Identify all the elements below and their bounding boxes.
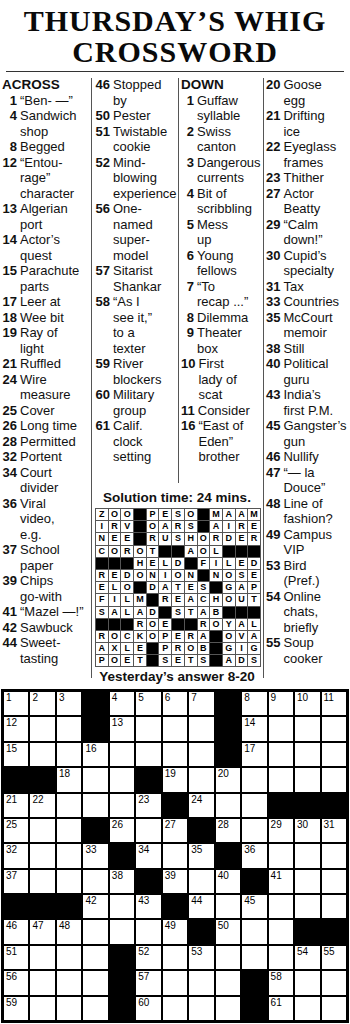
grid-cell-r8c2[interactable] bbox=[29, 869, 55, 894]
grid-cell-r3c10[interactable]: 17 bbox=[241, 742, 267, 767]
solution-letter-cell-r3c1: N bbox=[96, 533, 108, 544]
clue-14: 14Actor’s quest bbox=[2, 232, 91, 263]
grid-cell-r1c10[interactable]: 8 bbox=[241, 691, 267, 716]
solution-letter-cell-r5c11: L bbox=[223, 558, 235, 569]
grid-cell-r11c3[interactable] bbox=[56, 945, 82, 970]
clue-text: Dilemma bbox=[197, 310, 262, 326]
solution-letter-cell-r9c8: T bbox=[185, 607, 197, 618]
clue-number: 29 bbox=[266, 217, 283, 233]
grid-cell-r8c1[interactable]: 37 bbox=[3, 869, 29, 894]
grid-cell-r3c11[interactable] bbox=[268, 742, 294, 767]
clue-number: 40 bbox=[266, 356, 283, 372]
clue-text: Dangerous currents bbox=[197, 155, 262, 186]
solution-letter-cell-r11c9: A bbox=[198, 631, 210, 642]
grid-cell-r7c6[interactable]: 34 bbox=[135, 843, 161, 868]
solution-letter-cell-r7c3: O bbox=[121, 582, 133, 593]
grid-cell-r3c5[interactable] bbox=[109, 742, 135, 767]
solution-letter-cell-r4c1: C bbox=[96, 546, 108, 557]
cell-number: 59 bbox=[6, 997, 17, 1008]
grid-cell-r9c6[interactable]: 43 bbox=[135, 894, 161, 919]
grid-cell-r1c3[interactable]: 3 bbox=[56, 691, 82, 716]
down-clue-list-1: 1Guffaw syllable2Swiss canton3Dangerous … bbox=[181, 93, 262, 465]
clue-32: 32Portent bbox=[2, 449, 91, 465]
solution-letter-cell-r8c2: I bbox=[109, 594, 121, 605]
solution-letter-cell-r12c6: P bbox=[159, 643, 171, 654]
grid-cell-r6c1[interactable]: 25 bbox=[3, 818, 29, 843]
grid-cell-r8c12[interactable] bbox=[294, 869, 320, 894]
grid-cell-r4c7[interactable]: 19 bbox=[162, 767, 188, 792]
grid-black-cell bbox=[188, 818, 214, 843]
clue-text: Begged bbox=[20, 139, 91, 155]
grid-cell-r6c11[interactable]: 29 bbox=[268, 818, 294, 843]
grid-black-cell bbox=[241, 869, 267, 894]
grid-black-cell bbox=[294, 919, 320, 944]
grid-cell-r4c4[interactable] bbox=[82, 767, 108, 792]
grid-cell-r11c10[interactable] bbox=[241, 945, 267, 970]
clue-text: Gangster’s gun bbox=[283, 418, 350, 449]
clue-number: 60 bbox=[95, 387, 113, 403]
grid-cell-r7c7[interactable] bbox=[162, 843, 188, 868]
grid-cell-r5c6[interactable]: 23 bbox=[135, 793, 161, 818]
solution-letter-cell-r13c11: A bbox=[223, 655, 235, 666]
grid-cell-r4c12[interactable] bbox=[294, 767, 320, 792]
grid-cell-r7c4[interactable]: 33 bbox=[82, 843, 108, 868]
solution-letter-cell-r7c7: T bbox=[172, 582, 184, 593]
grid-cell-r3c4[interactable]: 16 bbox=[82, 742, 108, 767]
clue-33: 33Countries bbox=[266, 294, 350, 310]
grid-cell-r10c6[interactable] bbox=[135, 919, 161, 944]
solution-black-cell bbox=[172, 546, 184, 557]
grid-cell-r13c3[interactable] bbox=[56, 996, 82, 1021]
grid-black-cell bbox=[82, 691, 108, 716]
grid-cell-r8c3[interactable] bbox=[56, 869, 82, 894]
grid-cell-r13c13[interactable] bbox=[321, 996, 347, 1021]
cell-number: 8 bbox=[244, 692, 250, 703]
cell-number: 31 bbox=[324, 819, 335, 830]
grid-cell-r6c3[interactable] bbox=[56, 818, 82, 843]
solution-letter-cell-r6c7: O bbox=[172, 570, 184, 581]
grid-cell-r13c1[interactable]: 59 bbox=[3, 996, 29, 1021]
solution-black-cell bbox=[210, 582, 222, 593]
clue-number: 25 bbox=[2, 403, 20, 419]
solution-black-cell bbox=[210, 655, 222, 666]
grid-cell-r9c5[interactable] bbox=[109, 894, 135, 919]
clue-text: School paper bbox=[20, 542, 91, 573]
grid-cell-r1c7[interactable]: 6 bbox=[162, 691, 188, 716]
solution-letter-cell-r4c9: O bbox=[198, 546, 210, 557]
clue-31: 31Tax bbox=[266, 279, 350, 295]
grid-cell-r10c2[interactable]: 47 bbox=[29, 919, 55, 944]
grid-cell-r3c13[interactable] bbox=[321, 742, 347, 767]
grid-cell-r5c5[interactable] bbox=[109, 793, 135, 818]
solution-black-cell bbox=[96, 619, 108, 630]
cell-number: 43 bbox=[138, 895, 149, 906]
clue-number: 42 bbox=[2, 620, 20, 636]
clue-6: 6Young fellows bbox=[181, 248, 262, 279]
grid-cell-r12c4[interactable] bbox=[82, 970, 108, 995]
cell-number: 5 bbox=[138, 692, 144, 703]
grid-cell-r13c4[interactable] bbox=[82, 996, 108, 1021]
grid-cell-r12c8[interactable] bbox=[188, 970, 214, 995]
grid-cell-r2c5[interactable]: 13 bbox=[109, 716, 135, 741]
grid-cell-r7c1[interactable]: 32 bbox=[3, 843, 29, 868]
solution-letter-cell-r10c11: Y bbox=[223, 619, 235, 630]
clue-number: 1 bbox=[181, 93, 197, 109]
clue-number: 6 bbox=[181, 248, 197, 264]
solution-letter-cell-r13c4: T bbox=[134, 655, 146, 666]
solution-letter-cell-r1c13: M bbox=[248, 509, 260, 520]
solution-letter-cell-r8c7: E bbox=[172, 594, 184, 605]
grid-cell-r7c2[interactable] bbox=[29, 843, 55, 868]
grid-cell-r13c11[interactable]: 61 bbox=[268, 996, 294, 1021]
grid-cell-r11c2[interactable] bbox=[29, 945, 55, 970]
grid-cell-r1c13[interactable]: 11 bbox=[321, 691, 347, 716]
grid-cell-r7c11[interactable] bbox=[268, 843, 294, 868]
solution-letter-cell-r5c10: I bbox=[210, 558, 222, 569]
grid-cell-r8c8[interactable] bbox=[188, 869, 214, 894]
grid-cell-r11c7[interactable] bbox=[162, 945, 188, 970]
grid-cell-r11c13[interactable]: 55 bbox=[321, 945, 347, 970]
grid-cell-r9c9[interactable] bbox=[215, 894, 241, 919]
clue-50: 50Pester bbox=[95, 108, 178, 124]
clue-text: Parachute parts bbox=[20, 263, 91, 294]
grid-cell-r8c9[interactable]: 40 bbox=[215, 869, 241, 894]
grid-cell-r6c12[interactable]: 30 bbox=[294, 818, 320, 843]
grid-cell-r4c5[interactable] bbox=[109, 767, 135, 792]
grid-black-cell bbox=[56, 894, 82, 919]
grid-cell-r6c6[interactable] bbox=[135, 818, 161, 843]
grid-cell-r2c1[interactable]: 12 bbox=[3, 716, 29, 741]
clue-29: 29“Calm down!” bbox=[266, 217, 350, 248]
solution-letter-cell-r1c6: E bbox=[159, 509, 171, 520]
solution-time-heading: Solution time: 24 mins. bbox=[90, 490, 264, 505]
grid-cell-r11c1[interactable]: 51 bbox=[3, 945, 29, 970]
grid-cell-r11c4[interactable] bbox=[82, 945, 108, 970]
grid-cell-r9c4[interactable]: 42 bbox=[82, 894, 108, 919]
clue-text: Drifting ice bbox=[283, 108, 350, 139]
grid-cell-r2c7[interactable] bbox=[162, 716, 188, 741]
clue-13: 13Algerian port bbox=[2, 201, 91, 232]
solution-letter-cell-r4c4: O bbox=[134, 546, 146, 557]
solution-letter-cell-r8c8: A bbox=[185, 594, 197, 605]
grid-cell-r2c10[interactable]: 14 bbox=[241, 716, 267, 741]
grid-cell-r12c3[interactable] bbox=[56, 970, 82, 995]
grid-cell-r11c12[interactable]: 54 bbox=[294, 945, 320, 970]
grid-cell-r10c3[interactable]: 48 bbox=[56, 919, 82, 944]
grid-cell-r7c12[interactable] bbox=[294, 843, 320, 868]
solution-letter-cell-r2c8: S bbox=[185, 521, 197, 532]
clue-number: 4 bbox=[2, 108, 20, 124]
solution-letter-cell-r1c12: A bbox=[236, 509, 248, 520]
clue-number: 48 bbox=[266, 496, 283, 512]
grid-cell-r9c12[interactable] bbox=[294, 894, 320, 919]
solution-letter-cell-r3c9: O bbox=[198, 533, 210, 544]
grid-cell-r8c13[interactable] bbox=[321, 869, 347, 894]
grid-cell-r1c8[interactable]: 7 bbox=[188, 691, 214, 716]
clue-text: Algerian port bbox=[20, 201, 91, 232]
grid-cell-r1c1[interactable]: 1 bbox=[3, 691, 29, 716]
grid-cell-r3c1[interactable]: 15 bbox=[3, 742, 29, 767]
clue-number: 49 bbox=[266, 527, 283, 543]
clue-number: 13 bbox=[2, 201, 20, 217]
grid-cell-r12c7[interactable] bbox=[162, 970, 188, 995]
grid-cell-r1c6[interactable]: 5 bbox=[135, 691, 161, 716]
clue-text: India’s first P.M. bbox=[283, 387, 350, 418]
grid-cell-r10c7[interactable]: 49 bbox=[162, 919, 188, 944]
clue-number: 16 bbox=[181, 418, 198, 434]
clue-text: “To recap ...” bbox=[197, 279, 262, 310]
grid-cell-r6c10[interactable] bbox=[241, 818, 267, 843]
grid-cell-r7c10[interactable]: 36 bbox=[241, 843, 267, 868]
solution-letter-cell-r6c10: N bbox=[210, 570, 222, 581]
solution-letter-cell-r5c12: E bbox=[236, 558, 248, 569]
solution-letter-cell-r6c13: E bbox=[248, 570, 260, 581]
grid-black-cell bbox=[29, 894, 55, 919]
grid-cell-r6c9[interactable]: 28 bbox=[215, 818, 241, 843]
grid-cell-r12c13[interactable] bbox=[321, 970, 347, 995]
across-clues-column-1: ACROSS 1“Ben- —”4Sandwich shop8Begged12“… bbox=[2, 77, 91, 666]
grid-cell-r9c10[interactable]: 45 bbox=[241, 894, 267, 919]
grid-cell-r4c13[interactable] bbox=[321, 767, 347, 792]
grid-cell-r8c7[interactable]: 39 bbox=[162, 869, 188, 894]
clue-26: 26Long time bbox=[2, 418, 91, 434]
cell-number: 37 bbox=[6, 870, 17, 881]
grid-cell-r1c11[interactable]: 9 bbox=[268, 691, 294, 716]
grid-cell-r2c12[interactable] bbox=[294, 716, 320, 741]
solution-letter-cell-r1c10: M bbox=[210, 509, 222, 520]
clue-number: 23 bbox=[266, 170, 283, 186]
grid-cell-r8c4[interactable] bbox=[82, 869, 108, 894]
grid-cell-r1c12[interactable]: 10 bbox=[294, 691, 320, 716]
clue-number: 28 bbox=[2, 434, 20, 450]
solution-letter-cell-r8c3: L bbox=[121, 594, 133, 605]
grid-cell-r10c9[interactable]: 50 bbox=[215, 919, 241, 944]
solution-black-cell bbox=[210, 631, 222, 642]
grid-cell-r12c12[interactable] bbox=[294, 970, 320, 995]
grid-cell-r1c2[interactable]: 2 bbox=[29, 691, 55, 716]
clue-19: 19Ray of light bbox=[2, 325, 91, 356]
clue-number: 24 bbox=[2, 372, 20, 388]
cell-number: 20 bbox=[218, 768, 229, 779]
grid-cell-r10c1[interactable]: 46 bbox=[3, 919, 29, 944]
grid-cell-r8c5[interactable]: 38 bbox=[109, 869, 135, 894]
clue-text: Wire measure bbox=[20, 372, 91, 403]
grid-black-cell bbox=[109, 945, 135, 970]
grid-cell-r5c1[interactable]: 21 bbox=[3, 793, 29, 818]
grid-black-cell bbox=[188, 919, 214, 944]
column-rule-1 bbox=[91, 78, 92, 678]
solution-letter-cell-r12c3: L bbox=[121, 643, 133, 654]
grid-cell-r3c7[interactable] bbox=[162, 742, 188, 767]
solution-letter-cell-r1c2: O bbox=[109, 509, 121, 520]
solution-letter-cell-r2c3: V bbox=[121, 521, 133, 532]
grid-cell-r1c5[interactable]: 4 bbox=[109, 691, 135, 716]
grid-cell-r3c12[interactable] bbox=[294, 742, 320, 767]
solution-letter-cell-r9c3: L bbox=[121, 607, 133, 618]
clue-text: Political guru bbox=[283, 356, 350, 387]
grid-cell-r12c11[interactable]: 58 bbox=[268, 970, 294, 995]
grid-cell-r11c6[interactable]: 52 bbox=[135, 945, 161, 970]
clue-7: 7“To recap ...” bbox=[181, 279, 262, 310]
grid-cell-r3c3[interactable] bbox=[56, 742, 82, 767]
grid-cell-r5c4[interactable] bbox=[82, 793, 108, 818]
grid-cell-r12c9[interactable] bbox=[215, 970, 241, 995]
clue-5: 5Mess up bbox=[181, 217, 262, 248]
grid-cell-r3c8[interactable] bbox=[188, 742, 214, 767]
solution-black-cell bbox=[121, 619, 133, 630]
grid-black-cell bbox=[321, 793, 347, 818]
grid-cell-r4c3[interactable]: 18 bbox=[56, 767, 82, 792]
across-clue-list-1: 1“Ben- —”4Sandwich shop8Begged12“Entou- … bbox=[2, 93, 91, 667]
cell-number: 54 bbox=[297, 946, 308, 957]
grid-black-cell bbox=[215, 742, 241, 767]
grid-cell-r13c7[interactable] bbox=[162, 996, 188, 1021]
grid-cell-r12c2[interactable] bbox=[29, 970, 55, 995]
clue-41: 41“Mazel —!” bbox=[2, 604, 91, 620]
solution-letter-cell-r2c1: I bbox=[96, 521, 108, 532]
clue-number: 35 bbox=[266, 310, 283, 326]
grid-cell-r4c11[interactable] bbox=[268, 767, 294, 792]
grid-black-cell bbox=[241, 996, 267, 1021]
grid-cell-r2c3[interactable] bbox=[56, 716, 82, 741]
grid-cell-r2c13[interactable] bbox=[321, 716, 347, 741]
grid-cell-r13c6[interactable]: 60 bbox=[135, 996, 161, 1021]
grid-cell-r4c8[interactable] bbox=[188, 767, 214, 792]
clue-15: 15Parachute parts bbox=[2, 263, 91, 294]
solution-letter-cell-r8c1: F bbox=[96, 594, 108, 605]
grid-cell-r6c2[interactable] bbox=[29, 818, 55, 843]
clue-number: 45 bbox=[266, 418, 283, 434]
grid-cell-r10c5[interactable] bbox=[109, 919, 135, 944]
grid-cell-r10c4[interactable] bbox=[82, 919, 108, 944]
page-title: THURSDAY’S WHIG CROSSWORD bbox=[0, 5, 350, 67]
clue-number: 54 bbox=[266, 589, 283, 605]
grid-cell-r13c12[interactable] bbox=[294, 996, 320, 1021]
clue-number: 33 bbox=[266, 294, 283, 310]
solution-letter-cell-r3c5: R bbox=[147, 533, 159, 544]
solution-letter-cell-r11c3: C bbox=[121, 631, 133, 642]
grid-cell-r10c10[interactable] bbox=[241, 919, 267, 944]
cell-number: 24 bbox=[191, 794, 202, 805]
clue-text: “East of Eden” brother bbox=[198, 418, 262, 465]
clue-number: 26 bbox=[2, 418, 20, 434]
grid-cell-r6c13[interactable]: 31 bbox=[321, 818, 347, 843]
grid-cell-r4c10[interactable] bbox=[241, 767, 267, 792]
grid-cell-r9c11[interactable] bbox=[268, 894, 294, 919]
cell-number: 2 bbox=[32, 692, 38, 703]
grid-cell-r3c6[interactable] bbox=[135, 742, 161, 767]
grid-cell-r6c7[interactable]: 27 bbox=[162, 818, 188, 843]
solution-letter-cell-r11c7: E bbox=[172, 631, 184, 642]
cell-number: 32 bbox=[6, 844, 17, 855]
grid-cell-r5c8[interactable]: 24 bbox=[188, 793, 214, 818]
grid-cell-r13c9[interactable] bbox=[215, 996, 241, 1021]
grid-cell-r3c2[interactable] bbox=[29, 742, 55, 767]
cell-number: 11 bbox=[324, 692, 334, 703]
clue-number: 44 bbox=[2, 635, 20, 651]
grid-cell-r7c3[interactable] bbox=[56, 843, 82, 868]
clue-number: 11 bbox=[181, 403, 198, 419]
solution-letter-cell-r12c4: E bbox=[134, 643, 146, 654]
grid-black-cell bbox=[135, 767, 161, 792]
cell-number: 36 bbox=[244, 844, 255, 855]
grid-cell-r7c8[interactable]: 35 bbox=[188, 843, 214, 868]
clue-55: 55Soup cooker bbox=[266, 635, 350, 666]
grid-cell-r11c8[interactable]: 53 bbox=[188, 945, 214, 970]
grid-cell-r11c9[interactable] bbox=[215, 945, 241, 970]
solution-letter-cell-r13c1: P bbox=[96, 655, 108, 666]
cell-number: 60 bbox=[138, 997, 149, 1008]
grid-black-cell bbox=[109, 970, 135, 995]
solution-black-cell bbox=[109, 619, 121, 630]
solution-letter-cell-r8c11: O bbox=[223, 594, 235, 605]
grid-cell-r9c13[interactable] bbox=[321, 894, 347, 919]
solution-letter-cell-r8c4: M bbox=[134, 594, 146, 605]
clue-text: Ruffled bbox=[20, 356, 91, 372]
solution-letter-cell-r10c13: L bbox=[248, 619, 260, 630]
grid-cell-r8c11[interactable]: 41 bbox=[268, 869, 294, 894]
grid-cell-r6c5[interactable]: 26 bbox=[109, 818, 135, 843]
grid-cell-r13c8[interactable] bbox=[188, 996, 214, 1021]
grid-cell-r4c9[interactable]: 20 bbox=[215, 767, 241, 792]
grid-black-cell bbox=[82, 818, 108, 843]
across-clue-list-2: 46Stopped by50Pester51Twistable cookie52… bbox=[95, 77, 178, 465]
solution-letter-cell-r5c9: F bbox=[198, 558, 210, 569]
grid-cell-r2c11[interactable] bbox=[268, 716, 294, 741]
solution-black-cell bbox=[159, 607, 171, 618]
clue-number: 22 bbox=[266, 139, 283, 155]
clue-number: 1 bbox=[2, 93, 20, 109]
clue-number: 4 bbox=[181, 186, 197, 202]
solution-black-cell bbox=[223, 607, 235, 618]
clue-text: Swiss canton bbox=[197, 124, 262, 155]
down-clues-column-2: 20Goose egg21Drifting ice22Eyeglass fram… bbox=[266, 77, 350, 666]
clue-number: 56 bbox=[95, 201, 113, 217]
grid-cell-r7c13[interactable] bbox=[321, 843, 347, 868]
solution-letter-cell-r11c12: V bbox=[236, 631, 248, 642]
grid-cell-r2c2[interactable] bbox=[29, 716, 55, 741]
clue-number: 57 bbox=[95, 263, 113, 279]
clue-number: 19 bbox=[2, 325, 20, 341]
grid-cell-r11c11[interactable] bbox=[268, 945, 294, 970]
solution-black-cell bbox=[198, 509, 210, 520]
solution-letter-cell-r6c2: E bbox=[109, 570, 121, 581]
solution-letter-cell-r6c1: R bbox=[96, 570, 108, 581]
grid-cell-r2c8[interactable] bbox=[188, 716, 214, 741]
grid-cell-r5c10[interactable] bbox=[241, 793, 267, 818]
grid-cell-r5c3[interactable] bbox=[56, 793, 82, 818]
grid-cell-r13c2[interactable] bbox=[29, 996, 55, 1021]
grid-cell-r5c2[interactable]: 22 bbox=[29, 793, 55, 818]
cell-number: 9 bbox=[271, 692, 277, 703]
clue-number: 46 bbox=[95, 77, 113, 93]
solution-letter-cell-r8c12: U bbox=[236, 594, 248, 605]
cell-number: 10 bbox=[297, 692, 308, 703]
grid-cell-r2c6[interactable] bbox=[135, 716, 161, 741]
clue-number: 59 bbox=[95, 356, 113, 372]
clue-number: 31 bbox=[266, 279, 283, 295]
grid-cell-r5c9[interactable] bbox=[215, 793, 241, 818]
solution-black-cell bbox=[109, 558, 121, 569]
grid-cell-r10c11[interactable] bbox=[268, 919, 294, 944]
grid-cell-r12c1[interactable]: 56 bbox=[3, 970, 29, 995]
clue-53: 53Bird (Pref.) bbox=[266, 558, 350, 589]
clue-text: Sawbuck bbox=[20, 620, 91, 636]
clue-46: 46Nullify bbox=[266, 449, 350, 465]
grid-cell-r9c8[interactable]: 44 bbox=[188, 894, 214, 919]
grid-cell-r12c6[interactable]: 57 bbox=[135, 970, 161, 995]
solution-letter-cell-r1c11: A bbox=[223, 509, 235, 520]
